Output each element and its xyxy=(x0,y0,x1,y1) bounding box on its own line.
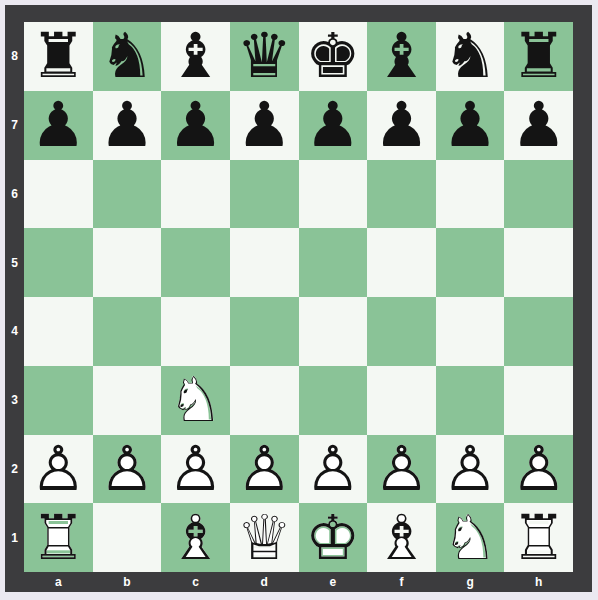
square-a2[interactable]: ♟♙ xyxy=(24,435,93,504)
black-piece-glyph: ♟ xyxy=(504,91,573,160)
square-c3[interactable]: ♞♘ xyxy=(161,366,230,435)
square-e1[interactable]: ♚♔ xyxy=(299,503,368,572)
piece-black-pawn[interactable]: ♟ xyxy=(504,91,573,160)
black-piece-glyph: ♟ xyxy=(230,91,299,160)
piece-white-pawn[interactable]: ♟♙ xyxy=(504,435,573,504)
square-e8[interactable]: ♚ xyxy=(299,22,368,91)
piece-white-knight[interactable]: ♞♘ xyxy=(161,366,230,435)
rank-label-6: 6 xyxy=(5,160,24,229)
white-piece-outline-glyph: ♙ xyxy=(230,435,299,504)
piece-black-bishop[interactable]: ♝ xyxy=(367,22,436,91)
square-d5[interactable] xyxy=(230,228,299,297)
file-label-b: b xyxy=(93,572,162,592)
square-a3[interactable] xyxy=(24,366,93,435)
white-piece-outline-glyph: ♙ xyxy=(93,435,162,504)
piece-white-pawn[interactable]: ♟♙ xyxy=(24,435,93,504)
piece-white-rook[interactable]: ♜♖ xyxy=(24,503,93,572)
square-h7[interactable]: ♟ xyxy=(504,91,573,160)
square-d6[interactable] xyxy=(230,160,299,229)
file-label-h: h xyxy=(504,572,573,592)
square-c2[interactable]: ♟♙ xyxy=(161,435,230,504)
square-g2[interactable]: ♟♙ xyxy=(436,435,505,504)
white-piece-outline-glyph: ♙ xyxy=(436,435,505,504)
square-g7[interactable]: ♟ xyxy=(436,91,505,160)
rank-label-8: 8 xyxy=(5,22,24,91)
square-a8[interactable]: ♜ xyxy=(24,22,93,91)
white-piece-outline-glyph: ♙ xyxy=(367,435,436,504)
square-f5[interactable] xyxy=(367,228,436,297)
square-f8[interactable]: ♝ xyxy=(367,22,436,91)
file-label-g: g xyxy=(436,572,505,592)
rank-label-5: 5 xyxy=(5,228,24,297)
white-piece-outline-glyph: ♔ xyxy=(299,503,368,572)
file-label-a: a xyxy=(24,572,93,592)
white-piece-outline-glyph: ♙ xyxy=(161,435,230,504)
file-label-e: e xyxy=(299,572,368,592)
black-piece-glyph: ♝ xyxy=(367,22,436,91)
piece-white-queen[interactable]: ♛♕ xyxy=(230,503,299,572)
board-frame: 87654321 ♜♞♝♛♚♝♞♜♟♟♟♟♟♟♟♟♞♘♟♙♟♙♟♙♟♙♟♙♟♙♟… xyxy=(5,5,592,592)
piece-black-pawn[interactable]: ♟ xyxy=(161,91,230,160)
square-d2[interactable]: ♟♙ xyxy=(230,435,299,504)
piece-black-pawn[interactable]: ♟ xyxy=(230,91,299,160)
white-piece-outline-glyph: ♙ xyxy=(299,435,368,504)
white-piece-outline-glyph: ♗ xyxy=(161,503,230,572)
square-h5[interactable] xyxy=(504,228,573,297)
black-piece-glyph: ♟ xyxy=(24,91,93,160)
piece-black-bishop[interactable]: ♝ xyxy=(161,22,230,91)
square-c6[interactable] xyxy=(161,160,230,229)
square-e4[interactable] xyxy=(299,297,368,366)
piece-black-queen[interactable]: ♛ xyxy=(230,22,299,91)
square-f6[interactable] xyxy=(367,160,436,229)
black-piece-glyph: ♟ xyxy=(299,91,368,160)
black-piece-glyph: ♜ xyxy=(24,22,93,91)
file-labels: abcdefgh xyxy=(24,572,573,592)
piece-black-king[interactable]: ♚ xyxy=(299,22,368,91)
square-e7[interactable]: ♟ xyxy=(299,91,368,160)
square-d7[interactable]: ♟ xyxy=(230,91,299,160)
piece-black-pawn[interactable]: ♟ xyxy=(24,91,93,160)
black-piece-glyph: ♞ xyxy=(436,22,505,91)
square-h4[interactable] xyxy=(504,297,573,366)
square-a6[interactable] xyxy=(24,160,93,229)
square-g8[interactable]: ♞ xyxy=(436,22,505,91)
square-a5[interactable] xyxy=(24,228,93,297)
piece-white-knight[interactable]: ♞♘ xyxy=(436,503,505,572)
white-piece-outline-glyph: ♕ xyxy=(230,503,299,572)
black-piece-glyph: ♝ xyxy=(161,22,230,91)
piece-black-pawn[interactable]: ♟ xyxy=(436,91,505,160)
rank-label-7: 7 xyxy=(5,91,24,160)
piece-white-bishop[interactable]: ♝♗ xyxy=(161,503,230,572)
piece-black-pawn[interactable]: ♟ xyxy=(299,91,368,160)
piece-white-king[interactable]: ♚♔ xyxy=(299,503,368,572)
square-a7[interactable]: ♟ xyxy=(24,91,93,160)
square-d8[interactable]: ♛ xyxy=(230,22,299,91)
black-piece-glyph: ♜ xyxy=(504,22,573,91)
square-d3[interactable] xyxy=(230,366,299,435)
chess-board: ♜♞♝♛♚♝♞♜♟♟♟♟♟♟♟♟♞♘♟♙♟♙♟♙♟♙♟♙♟♙♟♙♟♙♜♖♝♗♛♕… xyxy=(24,22,573,572)
piece-black-knight[interactable]: ♞ xyxy=(93,22,162,91)
black-piece-glyph: ♟ xyxy=(93,91,162,160)
piece-black-pawn[interactable]: ♟ xyxy=(367,91,436,160)
square-a1[interactable]: ♜♖ xyxy=(24,503,93,572)
square-h6[interactable] xyxy=(504,160,573,229)
white-piece-outline-glyph: ♖ xyxy=(504,503,573,572)
piece-white-rook[interactable]: ♜♖ xyxy=(504,503,573,572)
square-b6[interactable] xyxy=(93,160,162,229)
square-g3[interactable] xyxy=(436,366,505,435)
square-b2[interactable]: ♟♙ xyxy=(93,435,162,504)
file-label-d: d xyxy=(230,572,299,592)
piece-black-pawn[interactable]: ♟ xyxy=(93,91,162,160)
square-b5[interactable] xyxy=(93,228,162,297)
black-piece-glyph: ♟ xyxy=(161,91,230,160)
square-g4[interactable] xyxy=(436,297,505,366)
black-piece-glyph: ♟ xyxy=(436,91,505,160)
square-h1[interactable]: ♜♖ xyxy=(504,503,573,572)
black-piece-glyph: ♛ xyxy=(230,22,299,91)
square-f4[interactable] xyxy=(367,297,436,366)
square-c5[interactable] xyxy=(161,228,230,297)
square-a4[interactable] xyxy=(24,297,93,366)
white-piece-outline-glyph: ♘ xyxy=(161,366,230,435)
black-piece-glyph: ♞ xyxy=(93,22,162,91)
square-c7[interactable]: ♟ xyxy=(161,91,230,160)
square-b8[interactable]: ♞ xyxy=(93,22,162,91)
square-c1[interactable]: ♝♗ xyxy=(161,503,230,572)
square-b3[interactable] xyxy=(93,366,162,435)
square-d1[interactable]: ♛♕ xyxy=(230,503,299,572)
square-e3[interactable] xyxy=(299,366,368,435)
square-e6[interactable] xyxy=(299,160,368,229)
rank-label-4: 4 xyxy=(5,297,24,366)
square-e2[interactable]: ♟♙ xyxy=(299,435,368,504)
piece-white-pawn[interactable]: ♟♙ xyxy=(93,435,162,504)
square-f1[interactable]: ♝♗ xyxy=(367,503,436,572)
white-piece-outline-glyph: ♙ xyxy=(24,435,93,504)
square-f2[interactable]: ♟♙ xyxy=(367,435,436,504)
square-h3[interactable] xyxy=(504,366,573,435)
rank-label-1: 1 xyxy=(5,503,24,572)
piece-white-pawn[interactable]: ♟♙ xyxy=(436,435,505,504)
square-b7[interactable]: ♟ xyxy=(93,91,162,160)
square-f3[interactable] xyxy=(367,366,436,435)
rank-labels: 87654321 xyxy=(5,22,24,572)
piece-white-pawn[interactable]: ♟♙ xyxy=(161,435,230,504)
black-piece-glyph: ♚ xyxy=(299,22,368,91)
black-piece-glyph: ♟ xyxy=(367,91,436,160)
square-c8[interactable]: ♝ xyxy=(161,22,230,91)
piece-white-bishop[interactable]: ♝♗ xyxy=(367,503,436,572)
piece-black-knight[interactable]: ♞ xyxy=(436,22,505,91)
white-piece-outline-glyph: ♙ xyxy=(504,435,573,504)
file-label-f: f xyxy=(367,572,436,592)
square-g5[interactable] xyxy=(436,228,505,297)
square-e5[interactable] xyxy=(299,228,368,297)
square-g6[interactable] xyxy=(436,160,505,229)
square-h8[interactable]: ♜ xyxy=(504,22,573,91)
white-piece-outline-glyph: ♗ xyxy=(367,503,436,572)
white-piece-outline-glyph: ♖ xyxy=(24,503,93,572)
square-c4[interactable] xyxy=(161,297,230,366)
square-b1[interactable] xyxy=(93,503,162,572)
piece-white-pawn[interactable]: ♟♙ xyxy=(299,435,368,504)
rank-label-2: 2 xyxy=(5,435,24,504)
piece-black-rook[interactable]: ♜ xyxy=(504,22,573,91)
square-g1[interactable]: ♞♘ xyxy=(436,503,505,572)
file-label-c: c xyxy=(161,572,230,592)
square-d4[interactable] xyxy=(230,297,299,366)
piece-white-pawn[interactable]: ♟♙ xyxy=(230,435,299,504)
piece-black-rook[interactable]: ♜ xyxy=(24,22,93,91)
white-piece-outline-glyph: ♘ xyxy=(436,503,505,572)
square-h2[interactable]: ♟♙ xyxy=(504,435,573,504)
square-f7[interactable]: ♟ xyxy=(367,91,436,160)
square-b4[interactable] xyxy=(93,297,162,366)
rank-label-3: 3 xyxy=(5,366,24,435)
piece-white-pawn[interactable]: ♟♙ xyxy=(367,435,436,504)
